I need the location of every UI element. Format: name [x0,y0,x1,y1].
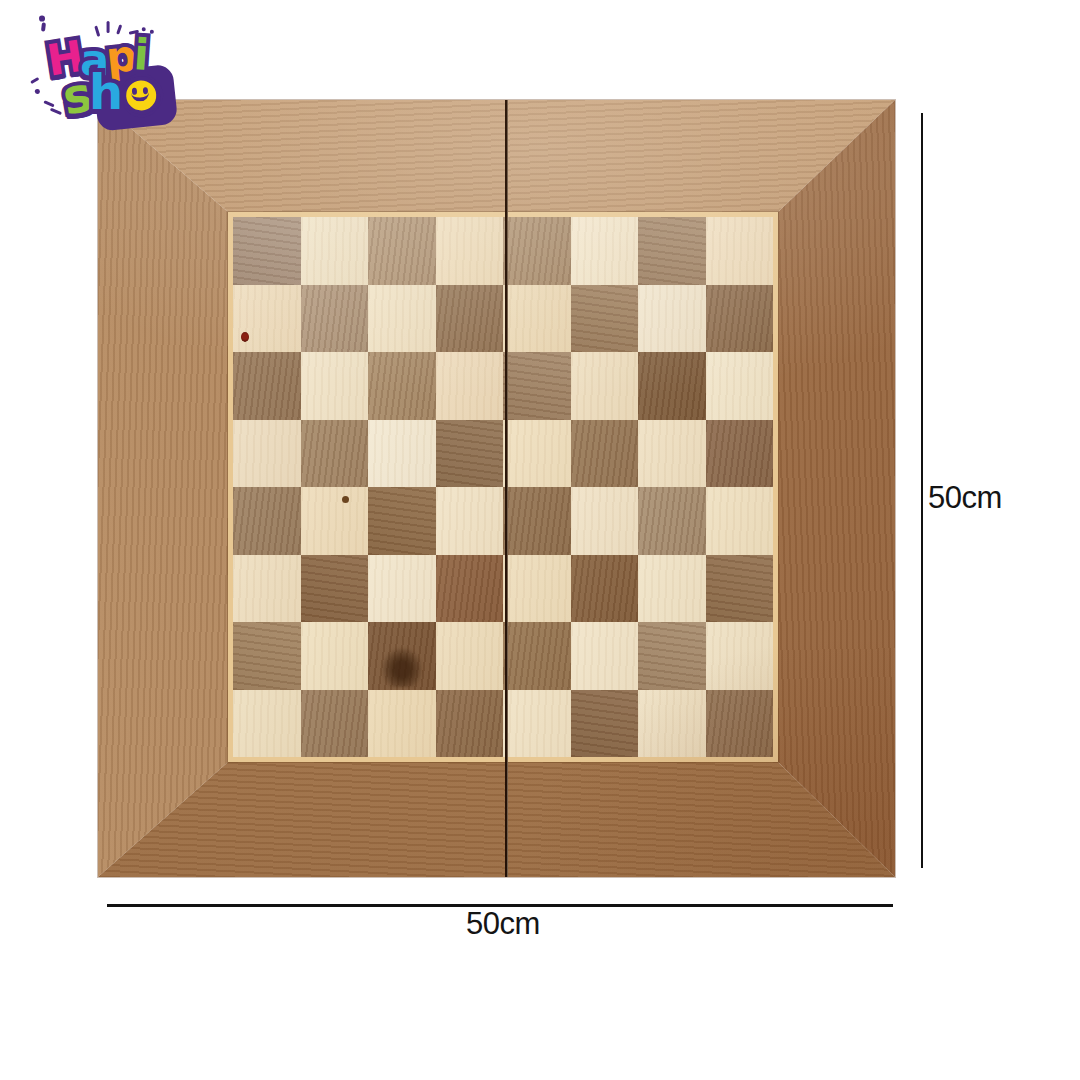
square-r2c6 [571,285,639,353]
square-r4c1 [233,420,301,488]
square-r3c4 [436,352,504,420]
square-r8c6 [571,690,639,758]
square-r7c6 [571,622,639,690]
square-r1c5 [503,217,571,285]
square-r8c7 [638,690,706,758]
square-r4c5 [503,420,571,488]
square-r1c3 [368,217,436,285]
chess-board [98,100,895,877]
square-r4c6 [571,420,639,488]
wood-red-knot [241,332,249,342]
square-r8c1 [233,690,301,758]
square-r2c3 [368,285,436,353]
square-r1c7 [638,217,706,285]
square-r5c1 [233,487,301,555]
square-r7c5 [503,622,571,690]
square-r4c2 [301,420,369,488]
square-r7c2 [301,622,369,690]
logo-sparkle-icon [150,30,154,34]
wood-brown-knot [342,496,349,503]
square-r8c5 [503,690,571,758]
square-r6c7 [638,555,706,623]
square-r5c5 [503,487,571,555]
square-r7c7 [638,622,706,690]
square-r8c8 [706,690,774,758]
square-r4c3 [368,420,436,488]
square-r1c4 [436,217,504,285]
square-r4c4 [436,420,504,488]
square-r2c4 [436,285,504,353]
square-r1c2 [301,217,369,285]
square-r2c2 [301,285,369,353]
square-r1c1 [233,217,301,285]
square-r3c7 [638,352,706,420]
square-r6c2 [301,555,369,623]
square-r6c8 [706,555,774,623]
square-r3c5 [503,352,571,420]
square-r3c2 [301,352,369,420]
height-dimension-line [921,113,923,868]
fold-seam [505,100,508,877]
square-r3c3 [368,352,436,420]
square-r7c1 [233,622,301,690]
square-r2c5 [503,285,571,353]
square-r6c1 [233,555,301,623]
height-dimension-label: 50cm [928,480,1002,516]
square-r2c8 [706,285,774,353]
square-r8c4 [436,690,504,758]
square-r7c3 [368,622,436,690]
logo-sparkle-icon [43,100,54,107]
square-r2c7 [638,285,706,353]
square-r3c6 [571,352,639,420]
board-inlay-border [228,212,778,762]
smiley-face-icon [121,75,161,115]
square-r5c7 [638,487,706,555]
logo-letter: i [132,33,147,77]
brand-logo: Hapi sh [29,21,154,127]
logo-letter: h [89,68,120,116]
square-r7c4 [436,622,504,690]
logo-antenna-dot-icon [39,15,45,21]
product-image: Hapi sh 50cm 50cm [0,0,1080,1080]
width-dimension-label: 50cm [448,906,558,942]
square-r6c3 [368,555,436,623]
square-r1c8 [706,217,774,285]
square-r4c7 [638,420,706,488]
square-r5c2 [301,487,369,555]
square-r5c3 [368,487,436,555]
square-r2c1 [233,285,301,353]
square-r5c6 [571,487,639,555]
square-r5c4 [436,487,504,555]
square-r5c8 [706,487,774,555]
logo-line-2: sh [62,68,161,121]
wood-dark-stain [382,648,423,687]
square-r6c6 [571,555,639,623]
logo-sparkle-icon [107,21,110,33]
square-r6c4 [436,555,504,623]
logo-antenna-icon [41,22,46,31]
square-r3c1 [233,352,301,420]
square-r6c5 [503,555,571,623]
logo-sparkle-icon [50,108,62,115]
board-grid [233,217,773,757]
square-r7c8 [706,622,774,690]
logo-sparkle-icon [35,89,40,94]
square-r4c8 [706,420,774,488]
square-r1c6 [571,217,639,285]
square-r8c3 [368,690,436,758]
square-r8c2 [301,690,369,758]
logo-sparkle-icon [30,77,39,84]
square-r3c8 [706,352,774,420]
